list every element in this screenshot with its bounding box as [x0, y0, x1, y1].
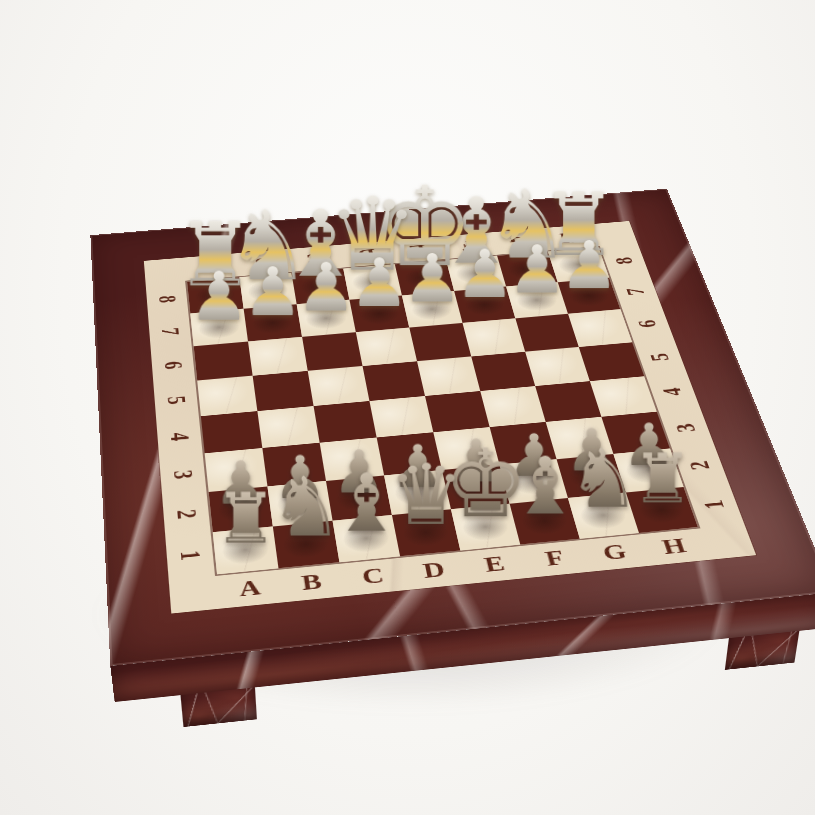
- file-label-far-g: G: [490, 228, 548, 255]
- file-label-far-f: F: [440, 232, 497, 260]
- rank-label-left-8: 8: [140, 285, 195, 314]
- square-a1[interactable]: ♜: [213, 526, 279, 574]
- file-label-near-d: D: [400, 550, 468, 590]
- file-label-far-c: C: [288, 245, 344, 273]
- file-label-far-d: D: [339, 241, 395, 269]
- square-c5[interactable]: [308, 366, 370, 406]
- black-pawn-b7[interactable]: ♟: [244, 304, 302, 341]
- file-label-far-h: H: [540, 224, 598, 251]
- chessboard: ABCDEFGH ABCDEFGH 87654321 87654321 ♜♞♝♛…: [90, 189, 815, 666]
- rank-label-right-6: 6: [616, 309, 678, 339]
- square-b6[interactable]: [248, 337, 308, 376]
- file-label-near-a: A: [217, 568, 283, 608]
- rank-label-right-5: 5: [628, 342, 691, 374]
- file-label-near-c: C: [339, 556, 406, 596]
- file-label-far-a: A: [185, 253, 240, 281]
- square-a4[interactable]: [201, 411, 262, 453]
- square-g7[interactable]: ♟: [506, 282, 568, 318]
- white-knight-glyph: ♞: [269, 468, 343, 546]
- file-label-near-h: H: [639, 527, 709, 566]
- board-foot-right: [725, 631, 800, 670]
- file-label-near-f: F: [520, 539, 589, 578]
- white-rook-glyph: ♜: [214, 486, 276, 552]
- square-d6[interactable]: [356, 328, 417, 366]
- black-pawn-f7[interactable]: ♟: [454, 287, 515, 323]
- black-pawn-c7[interactable]: ♟: [297, 300, 356, 337]
- board-foot-left: [181, 687, 257, 727]
- product-photo-background: ABCDEFGH ABCDEFGH 87654321 87654321 ♜♞♝♛…: [0, 0, 815, 815]
- square-c7[interactable]: ♟: [297, 300, 356, 337]
- white-rook-glyph: ♜: [632, 447, 693, 512]
- square-d5[interactable]: [363, 361, 425, 401]
- rank-label-right-7: 7: [605, 277, 666, 306]
- square-b7[interactable]: ♟: [244, 304, 302, 341]
- file-label-near-g: G: [580, 533, 650, 572]
- square-c6[interactable]: [302, 332, 362, 371]
- rank-label-right-8: 8: [594, 247, 653, 275]
- square-e5[interactable]: [417, 356, 480, 396]
- black-pawn-e7[interactable]: ♟: [402, 291, 463, 328]
- square-d7[interactable]: ♟: [349, 295, 409, 332]
- rank-label-left-6: 6: [145, 349, 203, 381]
- square-b1[interactable]: ♞: [273, 521, 340, 569]
- file-label-far-e: E: [389, 237, 446, 265]
- white-knight-b1[interactable]: ♞: [273, 521, 340, 569]
- square-f7[interactable]: ♟: [454, 287, 515, 323]
- square-b4[interactable]: [257, 406, 319, 448]
- coordinate-band: ABCDEFGH ABCDEFGH 87654321 87654321 ♜♞♝♛…: [144, 221, 756, 614]
- file-label-near-b: B: [278, 562, 345, 602]
- file-label-near-e: E: [460, 545, 529, 584]
- board-scene: ABCDEFGH ABCDEFGH 87654321 87654321 ♜♞♝♛…: [0, 0, 815, 815]
- file-label-far-b: B: [236, 249, 291, 277]
- square-f6[interactable]: [463, 318, 526, 356]
- square-b5[interactable]: [253, 371, 314, 411]
- marble-frame: ABCDEFGH ABCDEFGH 87654321 87654321 ♜♞♝♛…: [90, 189, 815, 666]
- black-pawn-d7[interactable]: ♟: [349, 295, 409, 332]
- square-e7[interactable]: ♟: [402, 291, 463, 328]
- white-rook-a1[interactable]: ♜: [213, 526, 279, 574]
- rank-label-left-7: 7: [143, 316, 199, 347]
- square-f5[interactable]: [471, 352, 535, 391]
- square-a5[interactable]: [197, 376, 257, 417]
- rank-label-left-5: 5: [148, 384, 207, 417]
- square-e6[interactable]: [409, 323, 471, 361]
- black-pawn-g7[interactable]: ♟: [506, 282, 568, 318]
- square-g5[interactable]: [525, 347, 590, 386]
